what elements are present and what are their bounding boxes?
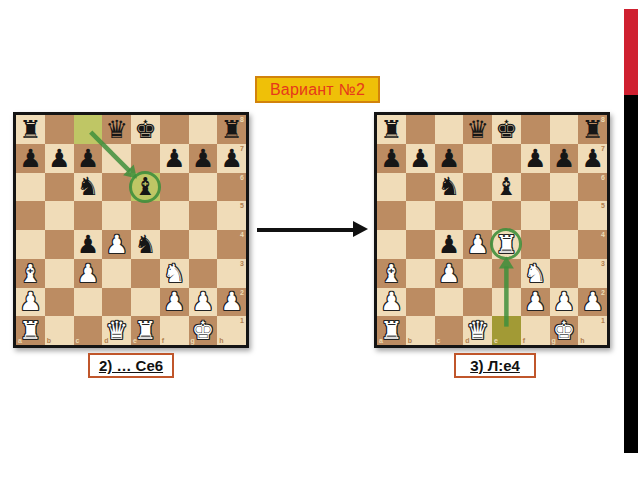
- square-f1: f: [521, 316, 550, 345]
- white-piece-P: ♟: [466, 232, 488, 257]
- square-b1: b: [406, 316, 435, 345]
- square-d8: ♛: [463, 115, 492, 144]
- white-piece-N: ♞: [163, 261, 185, 286]
- square-f6: [160, 173, 189, 202]
- file-label-h: h: [219, 337, 223, 344]
- slide-title: Вариант №2: [255, 76, 380, 103]
- black-piece-p: ♟: [438, 146, 460, 171]
- square-h7: 7♟: [217, 144, 246, 173]
- white-piece-R: ♜: [19, 318, 41, 343]
- square-h5: 5: [578, 201, 607, 230]
- square-b6: [45, 173, 74, 202]
- square-h2: 2♟: [217, 288, 246, 317]
- square-b8: [45, 115, 74, 144]
- square-b7: ♟: [45, 144, 74, 173]
- square-a3: ♝: [16, 259, 45, 288]
- square-h3: 3: [217, 259, 246, 288]
- white-piece-Q: ♛: [105, 318, 127, 343]
- square-b8: [406, 115, 435, 144]
- black-piece-r: ♜: [220, 117, 242, 142]
- rank-label-5: 5: [601, 202, 605, 209]
- square-f4: [521, 230, 550, 259]
- black-piece-n: ♞: [438, 174, 460, 199]
- square-e2: [492, 288, 521, 317]
- rank-label-1: 1: [601, 317, 605, 324]
- square-c7: ♟: [435, 144, 464, 173]
- square-g3: [189, 259, 218, 288]
- file-label-h: h: [580, 337, 584, 344]
- square-a7: ♟: [377, 144, 406, 173]
- square-b2: [45, 288, 74, 317]
- square-a7: ♟: [16, 144, 45, 173]
- rank-label-4: 4: [601, 231, 605, 238]
- square-e3: [492, 259, 521, 288]
- white-piece-P: ♟: [553, 289, 575, 314]
- square-f4: [160, 230, 189, 259]
- square-e6: ♝: [131, 173, 160, 202]
- white-piece-N: ♞: [524, 261, 546, 286]
- rank-label-1: 1: [240, 317, 244, 324]
- square-b4: [45, 230, 74, 259]
- square-d2: [463, 288, 492, 317]
- square-c2: [435, 288, 464, 317]
- square-c2: [74, 288, 103, 317]
- black-piece-p: ♟: [77, 232, 99, 257]
- accent-bar: [624, 9, 638, 453]
- black-piece-p: ♟: [581, 146, 603, 171]
- black-piece-n: ♞: [77, 174, 99, 199]
- square-f5: [521, 201, 550, 230]
- square-a6: [377, 173, 406, 202]
- transition-arrow-shaft: [257, 228, 355, 232]
- left-board-grid: ♜♛♚8♜♟♟♟♟♟7♟♞♝65♟♟♞4♝♟♞3♟♟♟2♟a♜bcd♛e♜fg♚…: [16, 115, 246, 345]
- square-b3: [45, 259, 74, 288]
- square-a1: a♜: [377, 316, 406, 345]
- white-piece-P: ♟: [524, 289, 546, 314]
- file-label-f: f: [523, 337, 525, 344]
- square-h1: 1h: [578, 316, 607, 345]
- square-a6: [16, 173, 45, 202]
- square-a1: a♜: [16, 316, 45, 345]
- file-label-c: c: [437, 337, 441, 344]
- rank-label-4: 4: [240, 231, 244, 238]
- rank-label-6: 6: [240, 174, 244, 181]
- square-h8: 8♜: [217, 115, 246, 144]
- square-a5: [377, 201, 406, 230]
- file-label-b: b: [408, 337, 412, 344]
- square-e7: [131, 144, 160, 173]
- black-piece-k: ♚: [495, 117, 517, 142]
- square-a8: ♜: [16, 115, 45, 144]
- black-piece-b: ♝: [134, 174, 156, 199]
- square-e2: [131, 288, 160, 317]
- square-g1: g♚: [189, 316, 218, 345]
- right-board-grid: ♜♛♚8♜♟♟♟♟♟7♟♞♝65♟♟♜4♝♟♞3♟♟♟2♟a♜bcd♛efg♚1…: [377, 115, 607, 345]
- square-c1: c: [74, 316, 103, 345]
- square-h5: 5: [217, 201, 246, 230]
- black-piece-p: ♟: [163, 146, 185, 171]
- square-h4: 4: [217, 230, 246, 259]
- square-d8: ♛: [102, 115, 131, 144]
- white-piece-R: ♜: [134, 318, 156, 343]
- black-piece-p: ♟: [553, 146, 575, 171]
- square-e4: ♜: [492, 230, 521, 259]
- square-e1: e♜: [131, 316, 160, 345]
- file-label-b: b: [47, 337, 51, 344]
- square-c5: [435, 201, 464, 230]
- black-piece-k: ♚: [134, 117, 156, 142]
- square-h3: 3: [578, 259, 607, 288]
- square-d6: [463, 173, 492, 202]
- black-piece-p: ♟: [77, 146, 99, 171]
- black-piece-p: ♟: [438, 232, 460, 257]
- accent-bar-red: [624, 9, 638, 95]
- square-g3: [550, 259, 579, 288]
- file-label-e: e: [494, 337, 498, 344]
- square-d4: ♟: [463, 230, 492, 259]
- square-f8: [160, 115, 189, 144]
- transition-arrow-head: [353, 221, 368, 237]
- square-g5: [189, 201, 218, 230]
- square-d3: [463, 259, 492, 288]
- white-piece-P: ♟: [581, 289, 603, 314]
- square-g6: [550, 173, 579, 202]
- file-label-c: c: [76, 337, 80, 344]
- square-h2: 2♟: [578, 288, 607, 317]
- square-e5: [492, 201, 521, 230]
- square-g2: ♟: [550, 288, 579, 317]
- left-board-caption: 2) … Се6: [88, 353, 174, 378]
- white-piece-R: ♜: [380, 318, 402, 343]
- square-g7: ♟: [550, 144, 579, 173]
- white-piece-P: ♟: [380, 289, 402, 314]
- square-f1: f: [160, 316, 189, 345]
- square-d6: [102, 173, 131, 202]
- square-h7: 7♟: [578, 144, 607, 173]
- rank-label-5: 5: [240, 202, 244, 209]
- square-c3: ♟: [74, 259, 103, 288]
- square-f8: [521, 115, 550, 144]
- square-d5: [102, 201, 131, 230]
- square-h4: 4: [578, 230, 607, 259]
- square-c5: [74, 201, 103, 230]
- black-piece-p: ♟: [380, 146, 402, 171]
- white-piece-P: ♟: [19, 289, 41, 314]
- left-board: ♜♛♚8♜♟♟♟♟♟7♟♞♝65♟♟♞4♝♟♞3♟♟♟2♟a♜bcd♛e♜fg♚…: [13, 112, 249, 348]
- white-piece-P: ♟: [220, 289, 242, 314]
- accent-bar-black: [624, 95, 638, 453]
- square-b4: [406, 230, 435, 259]
- square-a3: ♝: [377, 259, 406, 288]
- transition-arrow: [257, 219, 368, 240]
- right-board: ♜♛♚8♜♟♟♟♟♟7♟♞♝65♟♟♜4♝♟♞3♟♟♟2♟a♜bcd♛efg♚1…: [374, 112, 610, 348]
- file-label-f: f: [162, 337, 164, 344]
- white-piece-P: ♟: [192, 289, 214, 314]
- square-a2: ♟: [16, 288, 45, 317]
- rank-label-3: 3: [240, 260, 244, 267]
- white-piece-B: ♝: [19, 261, 41, 286]
- black-piece-q: ♛: [105, 117, 127, 142]
- square-g1: g♚: [550, 316, 579, 345]
- square-e8: ♚: [131, 115, 160, 144]
- white-piece-K: ♚: [192, 318, 214, 343]
- square-f6: [521, 173, 550, 202]
- square-f2: ♟: [160, 288, 189, 317]
- white-piece-P: ♟: [105, 232, 127, 257]
- square-c7: ♟: [74, 144, 103, 173]
- square-d7: [102, 144, 131, 173]
- black-piece-n: ♞: [134, 232, 156, 257]
- square-d4: ♟: [102, 230, 131, 259]
- white-piece-P: ♟: [438, 261, 460, 286]
- square-a4: [16, 230, 45, 259]
- square-g4: [189, 230, 218, 259]
- square-f3: ♞: [160, 259, 189, 288]
- square-d1: d♛: [463, 316, 492, 345]
- square-b5: [45, 201, 74, 230]
- black-piece-p: ♟: [192, 146, 214, 171]
- square-f5: [160, 201, 189, 230]
- square-g7: ♟: [189, 144, 218, 173]
- square-e6: ♝: [492, 173, 521, 202]
- square-b5: [406, 201, 435, 230]
- square-d3: [102, 259, 131, 288]
- square-g4: [550, 230, 579, 259]
- slide: Вариант №2 ♜♛♚8♜♟♟♟♟♟7♟♞♝65♟♟♞4♝♟♞3♟♟♟2♟…: [0, 0, 640, 480]
- square-c4: ♟: [435, 230, 464, 259]
- square-c1: c: [435, 316, 464, 345]
- square-e3: [131, 259, 160, 288]
- square-g2: ♟: [189, 288, 218, 317]
- square-f7: ♟: [160, 144, 189, 173]
- black-piece-r: ♜: [380, 117, 402, 142]
- right-board-caption: 3) Л:е4: [454, 353, 536, 378]
- rank-label-6: 6: [601, 174, 605, 181]
- square-h6: 6: [217, 173, 246, 202]
- square-e4: ♞: [131, 230, 160, 259]
- square-d7: [463, 144, 492, 173]
- square-e1: e: [492, 316, 521, 345]
- square-f3: ♞: [521, 259, 550, 288]
- white-piece-K: ♚: [553, 318, 575, 343]
- square-a5: [16, 201, 45, 230]
- square-b1: b: [45, 316, 74, 345]
- square-b3: [406, 259, 435, 288]
- rank-label-3: 3: [601, 260, 605, 267]
- white-piece-P: ♟: [77, 261, 99, 286]
- square-b7: ♟: [406, 144, 435, 173]
- square-h1: 1h: [217, 316, 246, 345]
- black-piece-p: ♟: [409, 146, 431, 171]
- black-piece-p: ♟: [220, 146, 242, 171]
- black-piece-b: ♝: [495, 174, 517, 199]
- white-piece-P: ♟: [163, 289, 185, 314]
- square-f7: ♟: [521, 144, 550, 173]
- black-piece-p: ♟: [524, 146, 546, 171]
- black-piece-r: ♜: [19, 117, 41, 142]
- square-f2: ♟: [521, 288, 550, 317]
- square-c6: ♞: [74, 173, 103, 202]
- black-piece-q: ♛: [466, 117, 488, 142]
- square-a4: [377, 230, 406, 259]
- square-c8: [74, 115, 103, 144]
- black-piece-p: ♟: [19, 146, 41, 171]
- square-g8: [550, 115, 579, 144]
- white-piece-B: ♝: [380, 261, 402, 286]
- square-g5: [550, 201, 579, 230]
- square-a2: ♟: [377, 288, 406, 317]
- black-piece-p: ♟: [48, 146, 70, 171]
- square-c6: ♞: [435, 173, 464, 202]
- black-piece-r: ♜: [581, 117, 603, 142]
- square-c4: ♟: [74, 230, 103, 259]
- white-piece-Q: ♛: [466, 318, 488, 343]
- square-e8: ♚: [492, 115, 521, 144]
- square-e7: [492, 144, 521, 173]
- square-c3: ♟: [435, 259, 464, 288]
- square-b2: [406, 288, 435, 317]
- square-b6: [406, 173, 435, 202]
- square-d1: d♛: [102, 316, 131, 345]
- square-d5: [463, 201, 492, 230]
- white-piece-R: ♜: [495, 232, 517, 257]
- square-h6: 6: [578, 173, 607, 202]
- square-h8: 8♜: [578, 115, 607, 144]
- square-d2: [102, 288, 131, 317]
- square-g8: [189, 115, 218, 144]
- square-c8: [435, 115, 464, 144]
- square-e5: [131, 201, 160, 230]
- square-a8: ♜: [377, 115, 406, 144]
- square-g6: [189, 173, 218, 202]
